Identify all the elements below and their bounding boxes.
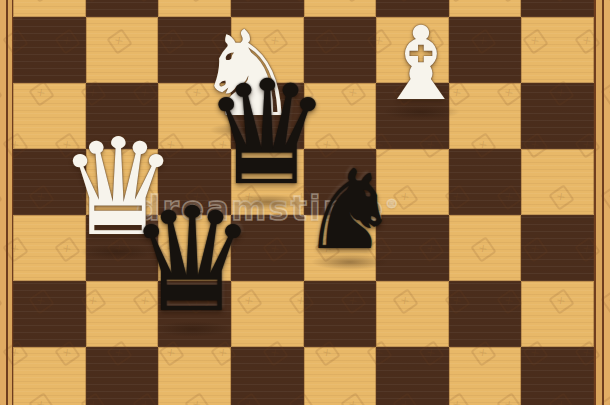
square-e2 bbox=[304, 347, 377, 405]
square-a7 bbox=[13, 17, 86, 83]
square-h2 bbox=[521, 347, 594, 405]
board-frame-right bbox=[594, 0, 610, 405]
square-h6 bbox=[521, 83, 594, 149]
square-e3 bbox=[304, 281, 377, 347]
square-b2 bbox=[86, 347, 159, 405]
piece-shadow bbox=[382, 104, 460, 120]
square-g3 bbox=[449, 281, 522, 347]
square-g4 bbox=[449, 215, 522, 281]
square-a3 bbox=[13, 281, 86, 347]
square-a8 bbox=[13, 0, 86, 17]
square-g2 bbox=[449, 347, 522, 405]
black-knight-piece: ♞ bbox=[301, 155, 400, 265]
piece-shadow bbox=[153, 321, 231, 337]
square-h7 bbox=[521, 17, 594, 83]
black-knight-glyph-icon: ♞ bbox=[301, 155, 400, 265]
square-h5 bbox=[521, 149, 594, 215]
black-queen-near-piece: ♛ bbox=[127, 188, 256, 332]
square-c2 bbox=[158, 347, 231, 405]
square-h3 bbox=[521, 281, 594, 347]
square-a2 bbox=[13, 347, 86, 405]
square-e8 bbox=[304, 0, 377, 17]
square-h4 bbox=[521, 215, 594, 281]
photo-chessboard-scene: ♞♝♛♛♞♛ ✕✕✕✕✕✕✕✕✕✕✕✕✕✕✕✕✕✕✕✕✕✕✕✕✕✕✕✕✕✕✕✕✕… bbox=[0, 0, 610, 405]
square-d2 bbox=[231, 347, 304, 405]
black-queen-near-glyph-icon: ♛ bbox=[127, 188, 256, 332]
square-h8 bbox=[521, 0, 594, 17]
square-b7 bbox=[86, 17, 159, 83]
square-g5 bbox=[449, 149, 522, 215]
square-f3 bbox=[376, 281, 449, 347]
square-f2 bbox=[376, 347, 449, 405]
square-b8 bbox=[86, 0, 159, 17]
white-bishop-piece: ♝ bbox=[375, 13, 466, 115]
white-bishop-glyph-icon: ♝ bbox=[375, 13, 466, 115]
board-frame-left bbox=[0, 0, 13, 405]
